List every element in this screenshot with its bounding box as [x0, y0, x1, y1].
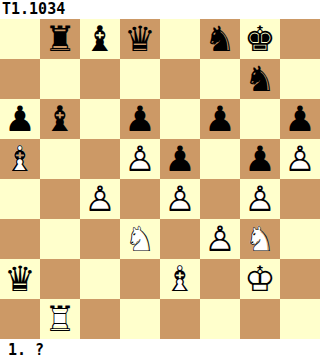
square-a2[interactable]: ♛: [0, 259, 40, 299]
piece-outline-layer: ♗: [0, 139, 40, 179]
square-g5[interactable]: ♟: [240, 139, 280, 179]
piece-white-pawn[interactable]: ♟♙: [160, 179, 200, 219]
piece-white-knight[interactable]: ♞♘: [120, 219, 160, 259]
piece-outline-layer: ♙: [240, 179, 280, 219]
square-b6[interactable]: ♝: [40, 99, 80, 139]
piece-white-king[interactable]: ♚♔: [240, 259, 280, 299]
piece-black-pawn[interactable]: ♟: [120, 99, 160, 139]
square-a3[interactable]: [0, 219, 40, 259]
square-f7[interactable]: [200, 59, 240, 99]
piece-black-queen[interactable]: ♛: [0, 259, 40, 299]
square-b1[interactable]: ♜♖: [40, 299, 80, 339]
piece-black-queen[interactable]: ♛: [120, 19, 160, 59]
square-c8[interactable]: ♝: [80, 19, 120, 59]
square-g4[interactable]: ♟♙: [240, 179, 280, 219]
piece-solid-layer: ♛: [120, 19, 160, 59]
square-a5[interactable]: ♝♗: [0, 139, 40, 179]
square-g3[interactable]: ♞♘: [240, 219, 280, 259]
piece-solid-layer: ♟: [0, 99, 40, 139]
piece-solid-layer: ♜: [40, 19, 80, 59]
square-h5[interactable]: ♟♙: [280, 139, 320, 179]
piece-white-pawn[interactable]: ♟♙: [280, 139, 320, 179]
square-h7[interactable]: [280, 59, 320, 99]
square-f6[interactable]: ♟: [200, 99, 240, 139]
diagram-title: T1.1034: [0, 0, 320, 19]
square-d4[interactable]: [120, 179, 160, 219]
square-d8[interactable]: ♛: [120, 19, 160, 59]
piece-white-bishop[interactable]: ♝♗: [160, 259, 200, 299]
square-a7[interactable]: [0, 59, 40, 99]
piece-outline-layer: ♗: [160, 259, 200, 299]
square-g7[interactable]: ♞: [240, 59, 280, 99]
piece-solid-layer: ♝: [40, 99, 80, 139]
square-b8[interactable]: ♜: [40, 19, 80, 59]
piece-black-knight[interactable]: ♞: [240, 59, 280, 99]
square-a8[interactable]: [0, 19, 40, 59]
piece-black-bishop[interactable]: ♝: [40, 99, 80, 139]
piece-outline-layer: ♙: [200, 219, 240, 259]
square-b5[interactable]: [40, 139, 80, 179]
square-c4[interactable]: ♟♙: [80, 179, 120, 219]
piece-white-pawn[interactable]: ♟♙: [240, 179, 280, 219]
square-h2[interactable]: [280, 259, 320, 299]
piece-black-rook[interactable]: ♜: [40, 19, 80, 59]
square-h1[interactable]: [280, 299, 320, 339]
piece-solid-layer: ♟: [200, 99, 240, 139]
square-d5[interactable]: ♟♙: [120, 139, 160, 179]
piece-black-pawn[interactable]: ♟: [280, 99, 320, 139]
piece-outline-layer: ♙: [80, 179, 120, 219]
piece-black-bishop[interactable]: ♝: [80, 19, 120, 59]
square-e8[interactable]: [160, 19, 200, 59]
piece-white-pawn[interactable]: ♟♙: [200, 219, 240, 259]
square-h6[interactable]: ♟: [280, 99, 320, 139]
square-e5[interactable]: ♟: [160, 139, 200, 179]
move-prompt: 1. ?: [0, 339, 320, 360]
piece-solid-layer: ♟: [160, 139, 200, 179]
square-e7[interactable]: [160, 59, 200, 99]
square-h8[interactable]: [280, 19, 320, 59]
square-b2[interactable]: [40, 259, 80, 299]
piece-white-pawn[interactable]: ♟♙: [120, 139, 160, 179]
square-g1[interactable]: [240, 299, 280, 339]
piece-solid-layer: ♝: [80, 19, 120, 59]
piece-outline-layer: ♖: [40, 299, 80, 339]
square-d7[interactable]: [120, 59, 160, 99]
piece-black-knight[interactable]: ♞: [200, 19, 240, 59]
square-d2[interactable]: [120, 259, 160, 299]
piece-black-pawn[interactable]: ♟: [240, 139, 280, 179]
square-e2[interactable]: ♝♗: [160, 259, 200, 299]
piece-outline-layer: ♙: [160, 179, 200, 219]
square-c6[interactable]: [80, 99, 120, 139]
piece-outline-layer: ♙: [120, 139, 160, 179]
square-e3[interactable]: [160, 219, 200, 259]
piece-solid-layer: ♚: [240, 19, 280, 59]
square-e6[interactable]: [160, 99, 200, 139]
piece-black-king[interactable]: ♚: [240, 19, 280, 59]
piece-black-pawn[interactable]: ♟: [0, 99, 40, 139]
piece-outline-layer: ♔: [240, 259, 280, 299]
piece-solid-layer: ♞: [200, 19, 240, 59]
square-a6[interactable]: ♟: [0, 99, 40, 139]
piece-outline-layer: ♘: [240, 219, 280, 259]
square-b4[interactable]: [40, 179, 80, 219]
square-h3[interactable]: [280, 219, 320, 259]
square-g2[interactable]: ♚♔: [240, 259, 280, 299]
piece-solid-layer: ♟: [280, 99, 320, 139]
piece-black-pawn[interactable]: ♟: [200, 99, 240, 139]
square-f3[interactable]: ♟♙: [200, 219, 240, 259]
square-c7[interactable]: [80, 59, 120, 99]
square-h4[interactable]: [280, 179, 320, 219]
piece-solid-layer: ♟: [240, 139, 280, 179]
square-f4[interactable]: [200, 179, 240, 219]
piece-outline-layer: ♙: [280, 139, 320, 179]
piece-outline-layer: ♘: [120, 219, 160, 259]
square-d6[interactable]: ♟: [120, 99, 160, 139]
square-b3[interactable]: [40, 219, 80, 259]
square-a1[interactable]: [0, 299, 40, 339]
chess-board: ♜♝♛♞♚♞♟♝♟♟♟♝♗♟♙♟♟♟♙♟♙♟♙♟♙♞♘♟♙♞♘♛♝♗♚♔♜♖: [0, 19, 320, 339]
piece-white-knight[interactable]: ♞♘: [240, 219, 280, 259]
square-c2[interactable]: [80, 259, 120, 299]
piece-white-bishop[interactable]: ♝♗: [0, 139, 40, 179]
square-c5[interactable]: [80, 139, 120, 179]
square-d3[interactable]: ♞♘: [120, 219, 160, 259]
square-f5[interactable]: [200, 139, 240, 179]
square-f2[interactable]: [200, 259, 240, 299]
square-e1[interactable]: [160, 299, 200, 339]
square-d1[interactable]: [120, 299, 160, 339]
square-e4[interactable]: ♟♙: [160, 179, 200, 219]
piece-solid-layer: ♟: [120, 99, 160, 139]
piece-solid-layer: ♞: [240, 59, 280, 99]
square-a4[interactable]: [0, 179, 40, 219]
square-f8[interactable]: ♞: [200, 19, 240, 59]
piece-white-rook[interactable]: ♜♖: [40, 299, 80, 339]
piece-black-pawn[interactable]: ♟: [160, 139, 200, 179]
square-b7[interactable]: [40, 59, 80, 99]
square-f1[interactable]: [200, 299, 240, 339]
piece-white-pawn[interactable]: ♟♙: [80, 179, 120, 219]
square-c3[interactable]: [80, 219, 120, 259]
square-g8[interactable]: ♚: [240, 19, 280, 59]
piece-solid-layer: ♛: [0, 259, 40, 299]
square-g6[interactable]: [240, 99, 280, 139]
square-c1[interactable]: [80, 299, 120, 339]
